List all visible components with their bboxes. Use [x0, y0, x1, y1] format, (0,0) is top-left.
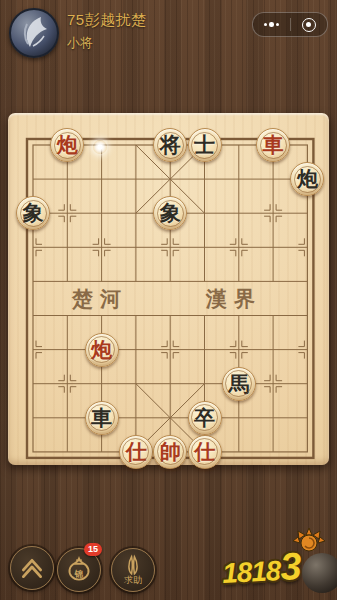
hint-count-badge: 15: [84, 543, 102, 556]
expand-button[interactable]: [10, 546, 54, 590]
chevrons-up-icon: [11, 547, 53, 589]
piece-red-cannon[interactable]: 炮: [50, 128, 84, 162]
piece-black-horse[interactable]: 馬: [222, 367, 256, 401]
rank-subtitle: 小将: [67, 34, 93, 52]
target-circle-icon: [302, 18, 316, 32]
piece-red-advisor[interactable]: 仕: [119, 435, 153, 469]
piece-red-chariot[interactable]: 車: [256, 128, 290, 162]
piece-black-cannon[interactable]: 炮: [290, 162, 324, 196]
piece-black-general[interactable]: 将: [153, 128, 187, 162]
piece-black-elephant[interactable]: 象: [16, 196, 50, 230]
piece-red-advisor[interactable]: 仕: [188, 435, 222, 469]
svg-text:锦: 锦: [74, 569, 84, 579]
three-dots-icon: [264, 22, 280, 27]
app-screen: { "game": "xiangqi", "header": { "title"…: [0, 0, 337, 600]
pieces-layer: 炮将士車炮象象炮馬車卒仕帥仕: [8, 113, 329, 465]
avatar: [9, 8, 59, 58]
watermark-ball: [302, 553, 337, 593]
piece-red-general[interactable]: 帥: [153, 435, 187, 469]
more-button[interactable]: [253, 13, 290, 36]
help-button-label: 求助: [112, 574, 154, 587]
18183-watermark: 18183: [220, 527, 337, 597]
piece-red-cannon[interactable]: 炮: [85, 333, 119, 367]
minimize-button[interactable]: [291, 13, 328, 36]
ask-help-button[interactable]: 求助: [111, 548, 155, 592]
xiangqi-board: 楚河漢界 炮将士車炮象象炮馬車卒仕帥仕: [8, 113, 329, 465]
wechat-capsule: [252, 12, 328, 37]
piece-black-elephant[interactable]: 象: [153, 196, 187, 230]
puzzle-title: 75彭越扰楚: [67, 11, 147, 30]
highlight-dot: [93, 140, 107, 154]
piece-black-advisor[interactable]: 士: [188, 128, 222, 162]
avatar-warrior-graphic: [11, 10, 57, 56]
piece-black-soldier[interactable]: 卒: [188, 401, 222, 435]
watermark-text: 18183: [221, 545, 302, 592]
piece-black-chariot[interactable]: 車: [85, 401, 119, 435]
